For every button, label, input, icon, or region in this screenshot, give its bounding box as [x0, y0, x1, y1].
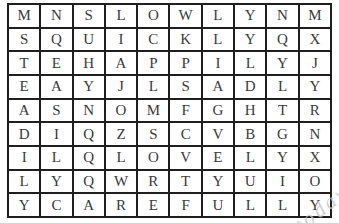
grid-cell: G — [202, 99, 234, 123]
grid-cell: O — [105, 99, 137, 123]
grid-cell: U — [202, 193, 234, 217]
grid-cell: X — [299, 28, 331, 52]
grid-cell: X — [299, 146, 331, 170]
grid-cell: Q — [73, 146, 105, 170]
grid-cell: S — [8, 28, 40, 52]
grid-cell: Y — [202, 170, 234, 194]
grid-cell: B — [234, 122, 266, 146]
grid-cell: M — [8, 4, 40, 28]
grid-cell: E — [8, 75, 40, 99]
grid-cell: S — [40, 99, 72, 123]
grid-cell: Y — [266, 51, 298, 75]
grid-cell: E — [202, 146, 234, 170]
grid-cell: I — [40, 122, 72, 146]
grid-cell: L — [266, 193, 298, 217]
grid-cell: Q — [73, 122, 105, 146]
grid-cell: I — [105, 28, 137, 52]
grid-cell: L — [105, 146, 137, 170]
grid-cell: A — [73, 193, 105, 217]
grid-cell: V — [169, 146, 201, 170]
grid-cell: H — [73, 51, 105, 75]
grid-cell: L — [266, 75, 298, 99]
grid-cell: W — [169, 4, 201, 28]
grid-cell: L — [105, 4, 137, 28]
grid-cell: O — [299, 170, 331, 194]
grid-cell: U — [73, 28, 105, 52]
grid-cell: S — [73, 4, 105, 28]
grid-cell: C — [169, 122, 201, 146]
grid-cell: S — [169, 75, 201, 99]
grid-cell: O — [137, 146, 169, 170]
grid-cell: P — [169, 51, 201, 75]
grid-cell: L — [137, 75, 169, 99]
grid-cell: T — [8, 51, 40, 75]
grid-cell: Y — [266, 146, 298, 170]
grid-cell: Y — [299, 75, 331, 99]
grid-cell: C — [40, 193, 72, 217]
grid-cell: L — [202, 4, 234, 28]
grid-cell: U — [234, 170, 266, 194]
grid-cell: L — [234, 51, 266, 75]
grid-cell: J — [105, 75, 137, 99]
grid-cell: F — [169, 99, 201, 123]
grid-cell: Y — [73, 75, 105, 99]
grid-cell: E — [40, 51, 72, 75]
grid-cell: L — [234, 146, 266, 170]
grid-cell: Y — [8, 193, 40, 217]
grid-cell: C — [137, 28, 169, 52]
grid-cell: M — [299, 4, 331, 28]
grid-cell: A — [8, 99, 40, 123]
grid-cell: A — [105, 51, 137, 75]
grid-cell: O — [137, 4, 169, 28]
grid-cell: S — [137, 122, 169, 146]
grid-cell: F — [169, 193, 201, 217]
grid-cell: M — [137, 99, 169, 123]
grid-cell: L — [8, 170, 40, 194]
grid-cell: L — [234, 193, 266, 217]
grid-cell: N — [299, 122, 331, 146]
grid-cell: T — [169, 170, 201, 194]
grid-cell: Z — [105, 122, 137, 146]
grid-cell: D — [8, 122, 40, 146]
grid-cell: Y — [40, 170, 72, 194]
grid-cell: Q — [40, 28, 72, 52]
grid-cell: Y — [299, 193, 331, 217]
grid-cell: R — [105, 193, 137, 217]
grid-cell: Y — [234, 4, 266, 28]
grid-cell: P — [137, 51, 169, 75]
grid-cell: K — [169, 28, 201, 52]
grid-cell: N — [266, 4, 298, 28]
grid-cell: Y — [234, 28, 266, 52]
grid-cell: N — [40, 4, 72, 28]
grid-cell: D — [234, 75, 266, 99]
grid-cell: L — [202, 28, 234, 52]
grid-cell: A — [40, 75, 72, 99]
grid-cell: I — [202, 51, 234, 75]
grid-cell: Q — [266, 28, 298, 52]
grid-cell: A — [202, 75, 234, 99]
grid-cell: L — [40, 146, 72, 170]
grid-cell: I — [8, 146, 40, 170]
grid-cell: Q — [73, 170, 105, 194]
grid-cell: G — [266, 122, 298, 146]
grid-cell: R — [299, 99, 331, 123]
grid-cell: H — [234, 99, 266, 123]
word-search-grid: MNSLOWLYNMSQUICKLYQXTEHAPPILYJEAYJLSADLY… — [7, 3, 332, 218]
grid-cell: R — [137, 170, 169, 194]
grid-cell: T — [266, 99, 298, 123]
grid-cell: N — [73, 99, 105, 123]
grid-cell: V — [202, 122, 234, 146]
grid-cell: J — [299, 51, 331, 75]
grid-cell: W — [105, 170, 137, 194]
grid-cell: E — [137, 193, 169, 217]
grid-cell: I — [266, 170, 298, 194]
